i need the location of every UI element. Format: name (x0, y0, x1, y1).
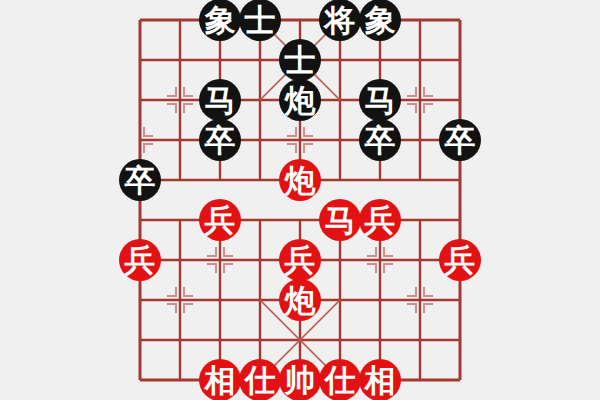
piece-red-soldier[interactable]: 兵 (359, 199, 401, 241)
piece-black-general[interactable]: 将 (319, 0, 361, 41)
piece-red-cannon[interactable]: 炮 (279, 159, 321, 201)
piece-red-horse[interactable]: 马 (319, 199, 361, 241)
xiangqi-board: 象士将象士马炮马卒卒卒卒炮兵马兵兵兵兵炮相仕帅仕相 (0, 0, 600, 400)
piece-red-soldier[interactable]: 兵 (199, 199, 241, 241)
piece-red-advisor[interactable]: 仕 (319, 359, 361, 400)
piece-red-soldier[interactable]: 兵 (439, 239, 481, 281)
piece-black-horse[interactable]: 马 (199, 79, 241, 121)
board-point-5-10: 帅 (280, 360, 320, 400)
piece-red-king[interactable]: 帅 (279, 359, 321, 400)
board-point-7-6: 兵 (360, 200, 400, 240)
board-point-6-6: 马 (320, 200, 360, 240)
board-point-5-8: 炮 (280, 280, 320, 320)
board-point-5-2: 士 (280, 40, 320, 80)
board-point-7-4: 卒 (360, 120, 400, 160)
piece-red-elephant[interactable]: 相 (199, 359, 241, 400)
board-point-6-1: 将 (320, 0, 360, 40)
piece-black-soldier[interactable]: 卒 (439, 119, 481, 161)
piece-red-cannon[interactable]: 炮 (279, 279, 321, 321)
board-point-7-3: 马 (360, 80, 400, 120)
piece-black-soldier[interactable]: 卒 (199, 119, 241, 161)
board-point-7-10: 相 (360, 360, 400, 400)
board-intersections: 象士将象士马炮马卒卒卒卒炮兵马兵兵兵兵炮相仕帅仕相 (120, 0, 480, 400)
board-point-7-1: 象 (360, 0, 400, 40)
board-point-3-3: 马 (200, 80, 240, 120)
board-point-5-3: 炮 (280, 80, 320, 120)
board-point-3-4: 卒 (200, 120, 240, 160)
board-point-3-10: 相 (200, 360, 240, 400)
piece-black-advisor[interactable]: 士 (279, 39, 321, 81)
board-point-9-7: 兵 (440, 240, 480, 280)
piece-red-soldier[interactable]: 兵 (119, 239, 161, 281)
piece-red-advisor[interactable]: 仕 (239, 359, 281, 400)
piece-red-soldier[interactable]: 兵 (279, 239, 321, 281)
board-point-1-5: 卒 (120, 160, 160, 200)
board-point-6-10: 仕 (320, 360, 360, 400)
piece-black-cannon[interactable]: 炮 (279, 79, 321, 121)
board-point-4-1: 士 (240, 0, 280, 40)
piece-black-advisor[interactable]: 士 (239, 0, 281, 41)
board-point-9-4: 卒 (440, 120, 480, 160)
piece-black-soldier[interactable]: 卒 (359, 119, 401, 161)
board-point-1-7: 兵 (120, 240, 160, 280)
piece-black-elephant[interactable]: 象 (359, 0, 401, 41)
board-point-3-1: 象 (200, 0, 240, 40)
board-point-4-10: 仕 (240, 360, 280, 400)
board-point-5-5: 炮 (280, 160, 320, 200)
piece-red-elephant[interactable]: 相 (359, 359, 401, 400)
board-point-5-7: 兵 (280, 240, 320, 280)
board-point-3-6: 兵 (200, 200, 240, 240)
piece-black-horse[interactable]: 马 (359, 79, 401, 121)
piece-black-soldier[interactable]: 卒 (119, 159, 161, 201)
piece-black-elephant[interactable]: 象 (199, 0, 241, 41)
